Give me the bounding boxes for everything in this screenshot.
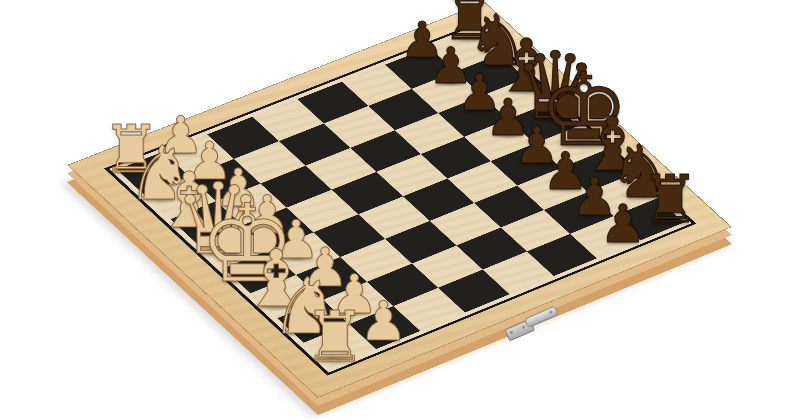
chess-board: [67, 2, 732, 398]
playing-area: [104, 23, 696, 376]
chess-set-product-photo: ♜♞♝♛♚♝♞♜♟♟♟♟♟♟♟♟♟♟♟♟♟♟♟♟♜♞♝♛♚♝♞♜: [0, 0, 800, 420]
board-grid: [117, 30, 684, 368]
